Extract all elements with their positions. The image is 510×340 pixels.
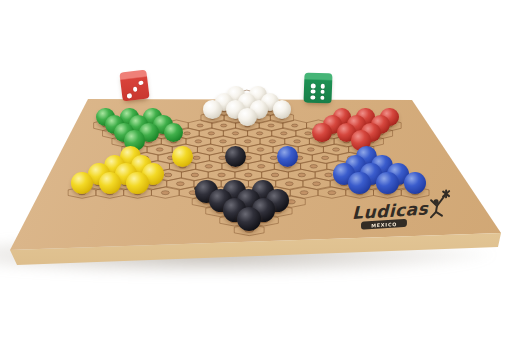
marble-yellow[interactable] xyxy=(99,172,121,194)
die-pip xyxy=(320,95,325,100)
die-pip xyxy=(138,80,143,85)
red-die-face-3 xyxy=(120,76,149,101)
die-pip xyxy=(311,89,316,94)
die-pip xyxy=(320,84,325,89)
photo-background: { "game": "Chinese Checkers", "board": {… xyxy=(0,0,510,340)
die-pip xyxy=(132,87,137,92)
marble-black[interactable] xyxy=(225,146,246,167)
marble-yellow[interactable] xyxy=(71,172,93,194)
green-die-face-6 xyxy=(303,80,332,104)
marble-yellow[interactable] xyxy=(126,172,148,194)
marble-blue[interactable] xyxy=(376,172,398,194)
green-die[interactable] xyxy=(303,73,332,104)
marble-red[interactable] xyxy=(312,123,332,143)
die-pip xyxy=(311,95,316,100)
board-top-face xyxy=(0,0,510,340)
marble-blue[interactable] xyxy=(404,172,426,194)
logo-subtext: MEXICO xyxy=(371,221,397,228)
logo-mexico-banner: MEXICO xyxy=(361,219,407,230)
die-pip xyxy=(311,84,316,89)
marble-white[interactable] xyxy=(238,108,257,127)
marble-blue[interactable] xyxy=(348,172,370,194)
die-pip xyxy=(127,93,132,98)
dancing-person-icon xyxy=(428,189,452,221)
ludicas-logo: Ludicas MEXICO xyxy=(348,195,458,240)
marble-white[interactable] xyxy=(273,100,291,118)
die-pip xyxy=(320,90,325,95)
red-die[interactable] xyxy=(119,69,149,101)
marble-white[interactable] xyxy=(203,100,221,118)
